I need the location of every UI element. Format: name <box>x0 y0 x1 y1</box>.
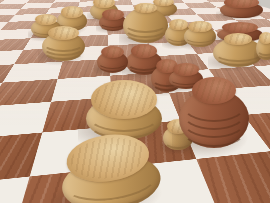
dark-checker-piece <box>220 0 263 18</box>
piece-top-face <box>192 77 235 104</box>
light-checker-piece <box>123 2 168 43</box>
piece-top-face <box>91 80 158 119</box>
checkers-photo-frame <box>0 0 270 203</box>
piece-groove <box>123 12 167 33</box>
piece-top-face <box>61 6 84 17</box>
piece-top-face <box>48 26 79 40</box>
dark-checker-piece <box>179 73 249 148</box>
piece-top-face <box>224 33 252 45</box>
pieces-layer <box>0 0 270 203</box>
light-checker-piece <box>256 30 270 60</box>
light-checker-piece <box>184 19 216 47</box>
piece-top-face <box>102 9 124 20</box>
dark-checker-piece <box>97 44 128 73</box>
light-checker-piece <box>55 124 164 203</box>
piece-top-face <box>259 32 270 44</box>
light-checker-piece <box>42 24 85 61</box>
